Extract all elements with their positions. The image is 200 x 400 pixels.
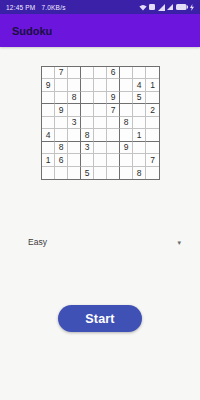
signal-sim2-icon (167, 4, 173, 10)
cell-r5c9 (146, 117, 159, 129)
app-title: Sudoku (12, 25, 52, 37)
cell-r3c7 (120, 92, 133, 104)
charging-bolt-icon (190, 4, 194, 11)
cell-r9c7 (120, 167, 133, 179)
difficulty-spinner[interactable]: Easy ▾ (16, 231, 188, 253)
cell-r1c8 (133, 67, 146, 79)
cell-r7c7: 9 (120, 142, 133, 154)
cell-r3c6: 9 (107, 92, 120, 104)
cell-r8c9: 7 (146, 154, 159, 166)
cell-r8c5 (94, 154, 107, 166)
cell-r5c2 (55, 117, 68, 129)
cell-r3c2 (55, 92, 68, 104)
cell-r7c2: 8 (55, 142, 68, 154)
cell-r8c3 (68, 154, 81, 166)
cell-r6c3 (68, 129, 81, 141)
cell-r4c8 (133, 104, 146, 116)
cell-r7c4: 3 (81, 142, 94, 154)
cell-r5c6 (107, 117, 120, 129)
cell-r7c1 (42, 142, 55, 154)
cell-r8c2: 6 (55, 154, 68, 166)
cell-r9c3 (68, 167, 81, 179)
status-time: 12:45 PM (6, 4, 35, 11)
cell-r9c1 (42, 167, 55, 179)
cell-r5c3: 3 (68, 117, 81, 129)
cell-r4c4 (81, 104, 94, 116)
cell-r2c9: 1 (146, 79, 159, 91)
cell-r6c7 (120, 129, 133, 141)
status-bar-left: 12:45 PM 7.0KB/s (6, 4, 70, 11)
cell-r6c1: 4 (42, 129, 55, 141)
cell-r6c2 (55, 129, 68, 141)
cell-r9c4: 5 (81, 167, 94, 179)
wifi-icon (139, 4, 147, 11)
cell-r7c8 (133, 142, 146, 154)
cell-r2c8: 4 (133, 79, 146, 91)
cell-r2c6 (107, 79, 120, 91)
cell-r9c5 (94, 167, 107, 179)
cell-r8c1: 1 (42, 154, 55, 166)
cell-r4c6: 7 (107, 104, 120, 116)
cell-r8c4 (81, 154, 94, 166)
start-button[interactable]: Start (58, 305, 142, 332)
cell-r4c3 (68, 104, 81, 116)
cell-r9c6 (107, 167, 120, 179)
cell-r1c6: 6 (107, 67, 120, 79)
cell-r3c8: 5 (133, 92, 146, 104)
cell-r9c2 (55, 167, 68, 179)
cell-r5c7: 8 (120, 117, 133, 129)
status-net-speed: 7.0KB/s (41, 4, 65, 11)
cell-r3c3: 8 (68, 92, 81, 104)
cell-r3c5 (94, 92, 107, 104)
cell-r1c1 (42, 67, 55, 79)
cell-r3c1 (42, 92, 55, 104)
cell-r5c1 (42, 117, 55, 129)
cell-r4c5 (94, 104, 107, 116)
status-bar: 12:45 PM 7.0KB/s (0, 0, 200, 14)
cell-r2c4 (81, 79, 94, 91)
cell-r8c8 (133, 154, 146, 166)
cell-r9c8: 8 (133, 167, 146, 179)
cell-r1c3 (68, 67, 81, 79)
cell-r8c6 (107, 154, 120, 166)
app-bar: Sudoku (0, 14, 200, 47)
cell-r5c5 (94, 117, 107, 129)
sudoku-board: 769418959723848183916758 (41, 66, 160, 180)
cell-r7c3 (68, 142, 81, 154)
cell-r1c2: 7 (55, 67, 68, 79)
cell-r4c9: 2 (146, 104, 159, 116)
phone-screen: 12:45 PM 7.0KB/s (0, 0, 200, 400)
cell-r1c5 (94, 67, 107, 79)
cell-r2c7 (120, 79, 133, 91)
difficulty-value: Easy (28, 237, 47, 247)
cell-r4c7 (120, 104, 133, 116)
battery-icon (176, 4, 188, 10)
signal-sim1-icon (158, 4, 165, 11)
cell-r4c2: 9 (55, 104, 68, 116)
cell-r1c9 (146, 67, 159, 79)
hd-box-icon (149, 4, 155, 10)
chevron-down-icon: ▾ (177, 239, 181, 246)
cell-r6c4: 8 (81, 129, 94, 141)
status-bar-right (139, 4, 195, 11)
cell-r3c9 (146, 92, 159, 104)
cell-r5c8 (133, 117, 146, 129)
cell-r6c9 (146, 129, 159, 141)
cell-r8c7 (120, 154, 133, 166)
cell-r6c8: 1 (133, 129, 146, 141)
cell-r1c7 (120, 67, 133, 79)
cell-r6c6 (107, 129, 120, 141)
cell-r1c4 (81, 67, 94, 79)
cell-r7c5 (94, 142, 107, 154)
cell-r5c4 (81, 117, 94, 129)
cell-r2c5 (94, 79, 107, 91)
cell-r7c6 (107, 142, 120, 154)
cell-r2c2 (55, 79, 68, 91)
cell-r9c9 (146, 167, 159, 179)
cell-r2c1: 9 (42, 79, 55, 91)
cell-r7c9 (146, 142, 159, 154)
cell-r3c4 (81, 92, 94, 104)
cell-r4c1 (42, 104, 55, 116)
cell-r2c3 (68, 79, 81, 91)
cell-r6c5 (94, 129, 107, 141)
